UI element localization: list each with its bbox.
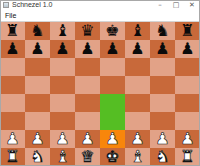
square-h8[interactable]: ♜: [175, 22, 200, 40]
square-g3[interactable]: [150, 112, 175, 130]
square-h5[interactable]: [175, 76, 200, 94]
square-f6[interactable]: [125, 58, 150, 76]
piece-white-rook: ♜: [180, 148, 194, 166]
square-c3[interactable]: [50, 112, 75, 130]
square-d3[interactable]: [75, 112, 100, 130]
square-e4[interactable]: [100, 94, 125, 112]
square-a5[interactable]: [0, 76, 25, 94]
square-g8[interactable]: ♞: [150, 22, 175, 40]
chess-board: ♜♞♝♛♚♝♞♜♟♟♟♟♟♟♟♟♟♟♟♟♟♟♟♟♜♞♝♛♚♝♞♜: [0, 22, 200, 166]
square-a7[interactable]: ♟: [0, 40, 25, 58]
square-g7[interactable]: ♟: [150, 40, 175, 58]
square-c4[interactable]: [50, 94, 75, 112]
piece-black-pawn: ♟: [105, 40, 119, 58]
square-b8[interactable]: ♞: [25, 22, 50, 40]
piece-white-pawn: ♟: [180, 130, 194, 148]
square-d6[interactable]: [75, 58, 100, 76]
square-e1[interactable]: ♚: [100, 148, 125, 166]
square-f1[interactable]: ♝: [125, 148, 150, 166]
square-d5[interactable]: [75, 76, 100, 94]
square-b5[interactable]: [25, 76, 50, 94]
square-e5[interactable]: [100, 76, 125, 94]
square-b6[interactable]: [25, 58, 50, 76]
square-d2[interactable]: ♟: [75, 130, 100, 148]
square-e6[interactable]: [100, 58, 125, 76]
square-e8[interactable]: ♚: [100, 22, 125, 40]
piece-black-pawn: ♟: [155, 40, 169, 58]
piece-white-pawn: ♟: [130, 130, 144, 148]
piece-black-pawn: ♟: [5, 40, 19, 58]
menu-bar: File: [0, 10, 200, 22]
maximize-button[interactable]: □: [168, 0, 184, 10]
square-a2[interactable]: ♟: [0, 130, 25, 148]
piece-white-bishop: ♝: [130, 148, 144, 166]
caption-buttons: – □ ✕: [152, 0, 200, 10]
piece-white-king: ♚: [105, 148, 119, 166]
square-h6[interactable]: [175, 58, 200, 76]
square-a4[interactable]: [0, 94, 25, 112]
square-f8[interactable]: ♝: [125, 22, 150, 40]
square-g4[interactable]: [150, 94, 175, 112]
square-f2[interactable]: ♟: [125, 130, 150, 148]
square-c8[interactable]: ♝: [50, 22, 75, 40]
square-a8[interactable]: ♜: [0, 22, 25, 40]
piece-black-pawn: ♟: [80, 40, 94, 58]
square-c2[interactable]: ♟: [50, 130, 75, 148]
square-b4[interactable]: [25, 94, 50, 112]
title-bar: Schnezel 1.0 – □ ✕: [0, 0, 200, 10]
square-f3[interactable]: [125, 112, 150, 130]
square-c5[interactable]: [50, 76, 75, 94]
square-a3[interactable]: [0, 112, 25, 130]
square-h7[interactable]: ♟: [175, 40, 200, 58]
menu-item-file[interactable]: File: [0, 10, 21, 21]
square-f7[interactable]: ♟: [125, 40, 150, 58]
piece-black-knight: ♞: [30, 22, 44, 40]
square-e2[interactable]: ♟: [100, 130, 125, 148]
piece-black-bishop: ♝: [55, 22, 69, 40]
app-window: Schnezel 1.0 – □ ✕ File ♜♞♝♛♚♝♞♜♟♟♟♟♟♟♟♟…: [0, 0, 200, 166]
square-b2[interactable]: ♟: [25, 130, 50, 148]
close-button[interactable]: ✕: [184, 0, 200, 10]
square-c7[interactable]: ♟: [50, 40, 75, 58]
piece-white-rook: ♜: [5, 148, 19, 166]
square-d1[interactable]: ♛: [75, 148, 100, 166]
window-title: Schnezel 1.0: [12, 0, 52, 10]
piece-white-pawn: ♟: [30, 130, 44, 148]
square-h1[interactable]: ♜: [175, 148, 200, 166]
piece-white-bishop: ♝: [55, 148, 69, 166]
square-c6[interactable]: [50, 58, 75, 76]
piece-black-queen: ♛: [80, 22, 94, 40]
piece-black-pawn: ♟: [180, 40, 194, 58]
minimize-button[interactable]: –: [152, 0, 168, 10]
square-h4[interactable]: [175, 94, 200, 112]
square-f5[interactable]: [125, 76, 150, 94]
piece-black-king: ♚: [105, 22, 119, 40]
square-h2[interactable]: ♟: [175, 130, 200, 148]
app-icon: [3, 2, 9, 8]
square-b1[interactable]: ♞: [25, 148, 50, 166]
piece-white-pawn: ♟: [155, 130, 169, 148]
square-d4[interactable]: [75, 94, 100, 112]
piece-black-knight: ♞: [155, 22, 169, 40]
piece-black-pawn: ♟: [130, 40, 144, 58]
square-g6[interactable]: [150, 58, 175, 76]
square-g1[interactable]: ♞: [150, 148, 175, 166]
piece-white-knight: ♞: [155, 148, 169, 166]
piece-white-pawn: ♟: [80, 130, 94, 148]
square-g2[interactable]: ♟: [150, 130, 175, 148]
piece-white-knight: ♞: [30, 148, 44, 166]
square-f4[interactable]: [125, 94, 150, 112]
piece-white-pawn: ♟: [5, 130, 19, 148]
square-b7[interactable]: ♟: [25, 40, 50, 58]
square-a1[interactable]: ♜: [0, 148, 25, 166]
square-b3[interactable]: [25, 112, 50, 130]
piece-white-pawn: ♟: [55, 130, 69, 148]
piece-white-queen: ♛: [80, 148, 94, 166]
piece-black-pawn: ♟: [30, 40, 44, 58]
piece-black-rook: ♜: [180, 22, 194, 40]
square-g5[interactable]: [150, 76, 175, 94]
piece-white-pawn: ♟: [105, 130, 119, 148]
piece-black-rook: ♜: [5, 22, 19, 40]
square-a6[interactable]: [0, 58, 25, 76]
piece-black-bishop: ♝: [130, 22, 144, 40]
square-e3[interactable]: [100, 112, 125, 130]
square-d8[interactable]: ♛: [75, 22, 100, 40]
square-c1[interactable]: ♝: [50, 148, 75, 166]
square-h3[interactable]: [175, 112, 200, 130]
square-e7[interactable]: ♟: [100, 40, 125, 58]
piece-black-pawn: ♟: [55, 40, 69, 58]
square-d7[interactable]: ♟: [75, 40, 100, 58]
